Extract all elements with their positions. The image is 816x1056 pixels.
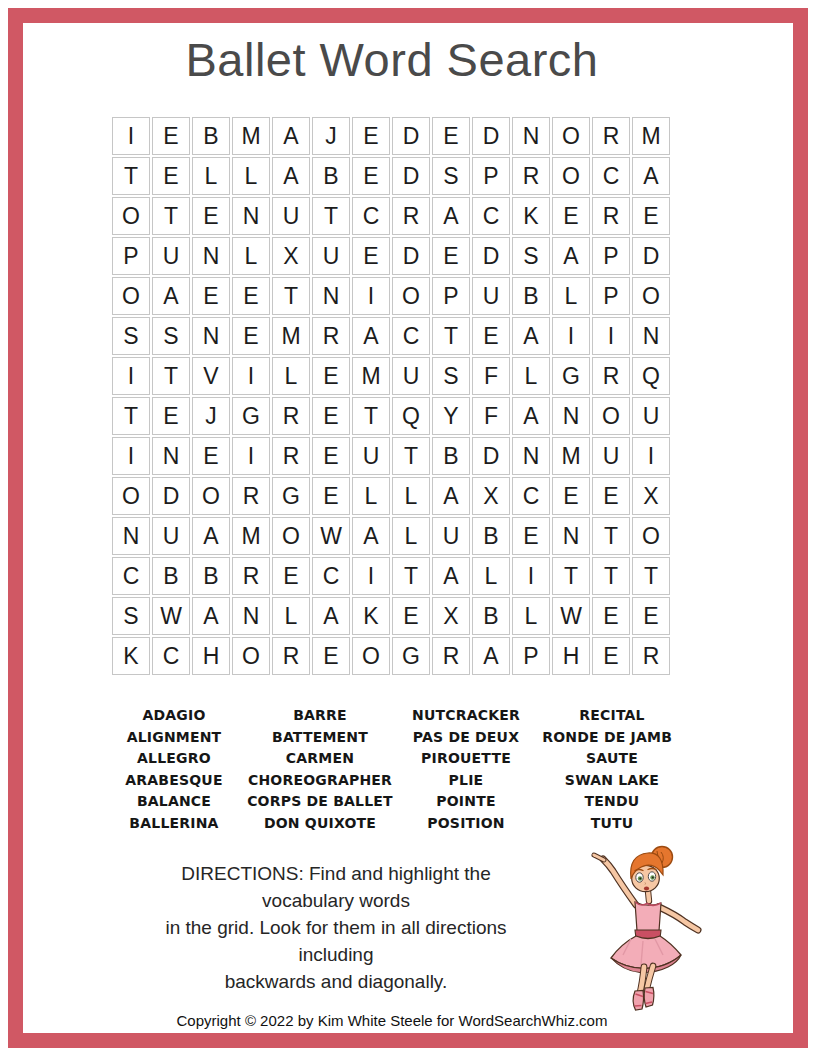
word-list-item: BALLERINA [101,813,247,835]
grid-cell[interactable]: H [552,637,590,675]
grid-cell[interactable]: T [152,197,190,235]
grid-cell[interactable]: O [352,637,390,675]
word-list-item: PLIE [393,770,539,792]
grid-cell[interactable]: D [472,117,510,155]
grid-cell[interactable]: E [192,437,230,475]
grid-cell[interactable]: E [352,117,390,155]
grid-cell[interactable]: W [312,517,350,555]
grid-cell[interactable]: E [592,477,630,515]
grid-cell[interactable]: R [632,637,670,675]
word-list-item: ARABESQUE [101,770,247,792]
grid-cell[interactable]: F [472,357,510,395]
ballerina-face [631,853,663,892]
ballerina-bodice [635,902,661,939]
grid-cell[interactable]: Y [432,397,470,435]
word-list-item: CHOREOGRAPHER [247,770,393,792]
grid-cell[interactable]: X [472,477,510,515]
grid-cell[interactable]: N [632,317,670,355]
grid-cell[interactable]: O [592,397,630,435]
grid-cell[interactable]: I [352,277,390,315]
grid-cell[interactable]: B [192,557,230,595]
grid-cell[interactable]: L [512,357,550,395]
directions-line: DIRECTIONS: Find and highlight the vocab… [136,860,536,914]
directions-text: DIRECTIONS: Find and highlight the vocab… [136,860,536,995]
grid-cell[interactable]: U [592,437,630,475]
grid-cell[interactable]: E [272,557,310,595]
word-list: ADAGIOALIGNMENTALLEGROARABESQUEBALANCEBA… [101,705,672,837]
word-list-item: ADAGIO [101,705,247,727]
grid-cell[interactable]: M [232,517,270,555]
grid-cell[interactable]: G [392,637,430,675]
grid-cell[interactable]: P [472,157,510,195]
grid-cell[interactable]: L [272,357,310,395]
grid-cell[interactable]: S [112,317,150,355]
grid-cell[interactable]: O [552,157,590,195]
grid-cell[interactable]: X [432,597,470,635]
grid-cell[interactable]: W [152,597,190,635]
grid-cell[interactable]: R [232,557,270,595]
grid-cell[interactable]: L [232,237,270,275]
grid-cell[interactable]: X [632,477,670,515]
grid-cell[interactable]: R [392,197,430,235]
grid-cell[interactable]: H [192,637,230,675]
grid-cell[interactable]: U [392,357,430,395]
grid-cell[interactable]: G [232,397,270,435]
grid-cell[interactable]: C [392,317,430,355]
grid-cell[interactable]: N [152,437,190,475]
grid-cell[interactable]: I [112,437,150,475]
grid-cell[interactable]: K [112,637,150,675]
grid-cell[interactable]: O [232,637,270,675]
page-title: Ballet Word Search [92,32,692,87]
word-list-item: DON QUIXOTE [247,813,393,835]
word-list-item: ALLEGRO [101,748,247,770]
grid-cell[interactable]: E [312,437,350,475]
grid-cell[interactable]: C [352,197,390,235]
grid-cell[interactable]: L [192,157,230,195]
grid-cell[interactable]: A [512,397,550,435]
grid-cell[interactable]: I [232,357,270,395]
grid-cell[interactable]: A [192,597,230,635]
grid-cell[interactable]: A [472,637,510,675]
grid-cell[interactable]: A [432,557,470,595]
grid-cell[interactable]: S [112,597,150,635]
ballerina-pointe-shoes [633,988,654,1011]
grid-cell[interactable]: L [392,477,430,515]
grid-cell[interactable]: B [472,597,510,635]
word-list-column: ADAGIOALIGNMENTALLEGROARABESQUEBALANCEBA… [101,705,247,835]
grid-cell[interactable]: N [552,397,590,435]
grid-cell[interactable]: R [592,197,630,235]
grid-cell[interactable]: L [472,557,510,595]
grid-cell[interactable]: A [432,477,470,515]
grid-cell[interactable]: A [352,517,390,555]
grid-cell[interactable]: I [552,317,590,355]
grid-cell[interactable]: J [192,397,230,435]
grid-cell[interactable]: T [112,157,150,195]
grid-cell[interactable]: L [352,477,390,515]
grid-cell[interactable]: T [312,197,350,235]
page: Ballet Word Search IEBMAJEDEDNORMTELLABE… [0,0,816,1056]
grid-cell[interactable]: O [272,517,310,555]
grid-cell[interactable]: C [112,557,150,595]
grid-cell[interactable]: R [312,317,350,355]
grid-cell[interactable]: R [432,637,470,675]
directions-line: backwards and diagonally. [136,968,536,995]
grid-cell[interactable]: L [552,277,590,315]
word-list-item: BARRE [247,705,393,727]
grid-cell[interactable]: U [432,517,470,555]
grid-cell[interactable]: G [272,477,310,515]
grid-cell[interactable]: E [472,317,510,355]
grid-cell[interactable]: E [192,277,230,315]
grid-cell[interactable]: V [192,357,230,395]
grid-cell[interactable]: O [632,277,670,315]
grid-cell[interactable]: U [632,397,670,435]
grid-cell[interactable]: N [512,117,550,155]
grid-cell[interactable]: A [352,317,390,355]
word-list-item: TUTU [539,813,672,835]
directions-line: in the grid. Look for them in all direct… [136,914,536,968]
grid-cell[interactable]: A [552,237,590,275]
grid-cell[interactable]: O [112,477,150,515]
grid-cell[interactable]: B [512,277,550,315]
grid-cell[interactable]: F [472,397,510,435]
grid-cell[interactable]: U [152,237,190,275]
copyright: Copyright © 2022 by Kim White Steele for… [92,1012,692,1029]
grid-cell[interactable]: S [512,237,550,275]
grid-cell[interactable]: E [352,237,390,275]
grid-cell[interactable]: C [312,557,350,595]
grid-cell[interactable]: E [592,637,630,675]
grid-cell[interactable]: U [352,437,390,475]
grid-cell[interactable]: P [592,277,630,315]
grid-cell[interactable]: E [512,517,550,555]
word-list-item: PAS DE DEUX [393,727,539,749]
grid-cell[interactable]: P [432,277,470,315]
grid-cell[interactable]: E [152,117,190,155]
grid-cell[interactable]: R [512,157,550,195]
grid-cell[interactable]: E [312,357,350,395]
grid-cell[interactable]: M [232,117,270,155]
grid-cell[interactable]: E [152,157,190,195]
ballerina-illustration [573,843,703,1013]
grid-cell[interactable]: T [632,557,670,595]
grid-cell[interactable]: E [352,157,390,195]
grid-cell[interactable]: M [272,317,310,355]
grid-cell[interactable]: N [552,517,590,555]
grid-cell[interactable]: E [552,197,590,235]
grid-cell[interactable]: C [512,477,550,515]
grid-cell[interactable]: E [392,597,430,635]
word-list-item: RECITAL [539,705,672,727]
grid-cell[interactable]: O [392,277,430,315]
word-list-item: CARMEN [247,748,393,770]
grid-cell[interactable]: A [312,597,350,635]
grid-cell[interactable]: A [272,117,310,155]
word-list-item: TENDU [539,791,672,813]
grid-cell[interactable]: E [312,637,350,675]
grid-cell[interactable]: A [632,157,670,195]
grid-cell[interactable]: D [472,237,510,275]
grid-cell[interactable]: I [112,117,150,155]
grid-cell[interactable]: W [552,597,590,635]
grid-cell[interactable]: E [152,397,190,435]
word-list-item: BATTEMENT [247,727,393,749]
grid-cell[interactable]: I [232,437,270,475]
grid-cell[interactable]: Q [392,397,430,435]
grid-cell[interactable]: R [232,477,270,515]
grid-cell[interactable]: D [392,157,430,195]
grid-cell[interactable]: S [432,157,470,195]
grid-cell[interactable]: N [232,197,270,235]
grid-cell[interactable]: S [152,317,190,355]
grid-cell[interactable]: I [112,357,150,395]
grid-cell[interactable]: I [352,557,390,595]
grid-cell[interactable]: U [472,277,510,315]
grid-cell[interactable]: G [552,357,590,395]
grid-cell[interactable]: L [272,597,310,635]
grid-cell[interactable]: N [192,237,230,275]
ballerina-extended-arm [659,907,698,930]
word-list-item: RONDE DE JAMBE [539,727,672,749]
grid-cell[interactable]: A [152,277,190,315]
grid-cell[interactable]: E [312,397,350,435]
word-list-item: PIROUETTE [393,748,539,770]
ballerina-raised-arm [594,855,636,905]
word-list-item: SWAN LAKE [539,770,672,792]
grid-cell[interactable]: E [432,237,470,275]
grid-cell[interactable]: E [632,197,670,235]
word-list-column: BARREBATTEMENTCARMENCHOREOGRAPHERCORPS D… [247,705,393,835]
grid-cell[interactable]: B [192,117,230,155]
grid-cell[interactable]: U [272,197,310,235]
grid-cell[interactable]: O [632,517,670,555]
grid-cell[interactable]: C [152,637,190,675]
word-list-item: NUTCRACKER [393,705,539,727]
grid-cell[interactable]: E [192,197,230,235]
grid-cell[interactable]: B [152,557,190,595]
grid-cell[interactable]: I [592,317,630,355]
word-list-column: RECITALRONDE DE JAMBESAUTESWAN LAKETENDU… [539,705,672,835]
grid-cell[interactable]: P [112,237,150,275]
grid-cell[interactable]: O [112,197,150,235]
word-list-item: BALANCE [101,791,247,813]
grid-cell[interactable]: R [272,397,310,435]
grid-cell[interactable]: R [272,437,310,475]
grid-cell[interactable]: P [592,237,630,275]
grid-cell[interactable]: E [312,477,350,515]
grid-cell[interactable]: E [232,317,270,355]
grid-cell[interactable]: N [232,597,270,635]
grid-cell[interactable]: X [272,237,310,275]
word-list-item: POINTE [393,791,539,813]
word-list-columns: ADAGIOALIGNMENTALLEGROARABESQUEBALANCEBA… [101,705,672,835]
grid-cell[interactable]: D [392,117,430,155]
grid-cell[interactable]: Q [632,357,670,395]
grid-cell[interactable]: R [592,117,630,155]
grid-cell[interactable]: T [392,437,430,475]
grid-cell[interactable]: A [432,197,470,235]
grid-cell[interactable]: S [432,357,470,395]
grid-cell[interactable]: T [592,557,630,595]
grid-cell[interactable]: A [512,317,550,355]
grid-cell[interactable]: T [432,317,470,355]
grid-cell[interactable]: T [392,557,430,595]
grid-cell[interactable]: O [192,477,230,515]
grid-cell[interactable]: U [152,517,190,555]
grid-cell[interactable]: L [512,597,550,635]
grid-cell[interactable]: N [512,437,550,475]
grid-cell[interactable]: P [512,637,550,675]
grid-cell[interactable]: D [152,477,190,515]
grid-cell[interactable]: M [552,437,590,475]
grid-cell[interactable]: E [632,597,670,635]
word-search-grid: IEBMAJEDEDNORMTELLABEDSPROCAOTENUTCRACKE… [112,117,670,675]
grid-cell[interactable]: E [552,477,590,515]
grid-cell[interactable]: L [232,157,270,195]
word-list-item: POSITION [393,813,539,835]
grid-cell[interactable]: K [512,197,550,235]
grid-cell[interactable]: D [472,437,510,475]
grid-cell[interactable]: N [312,277,350,315]
grid-cell[interactable]: A [272,157,310,195]
word-list-item: SAUTE [539,748,672,770]
grid-cell[interactable]: E [592,597,630,635]
grid-cell[interactable]: M [352,357,390,395]
grid-cell[interactable]: B [472,517,510,555]
grid-cell[interactable]: T [352,397,390,435]
grid-cell[interactable]: C [472,197,510,235]
grid-cell[interactable]: E [232,277,270,315]
grid-cell[interactable]: L [392,517,430,555]
word-list-column: NUTCRACKERPAS DE DEUXPIROUETTEPLIEPOINTE… [393,705,539,835]
grid-cell[interactable]: A [192,517,230,555]
grid-cell[interactable]: N [192,317,230,355]
grid-cell[interactable]: U [312,237,350,275]
grid-cell[interactable]: N [112,517,150,555]
grid-cell[interactable]: C [592,157,630,195]
grid-cell[interactable]: R [272,637,310,675]
grid-cell[interactable]: B [312,157,350,195]
grid-cell[interactable]: T [152,357,190,395]
grid-cell[interactable]: T [112,397,150,435]
grid-cell[interactable]: I [632,437,670,475]
grid-cell[interactable]: E [432,117,470,155]
grid-cell[interactable]: K [352,597,390,635]
word-list-item: ALIGNMENT [101,727,247,749]
grid-cell[interactable]: O [552,117,590,155]
grid-cell[interactable]: D [632,237,670,275]
grid-cell[interactable]: O [112,277,150,315]
grid-cell[interactable]: B [432,437,470,475]
grid-cell[interactable]: T [592,517,630,555]
grid-cell[interactable]: I [512,557,550,595]
grid-cell[interactable]: T [552,557,590,595]
grid-cell[interactable]: M [632,117,670,155]
grid-cell[interactable]: J [312,117,350,155]
word-list-item: CORPS DE BALLET [247,791,393,813]
grid-cell[interactable]: T [272,277,310,315]
grid-cell[interactable]: D [392,237,430,275]
grid-cell[interactable]: R [592,357,630,395]
